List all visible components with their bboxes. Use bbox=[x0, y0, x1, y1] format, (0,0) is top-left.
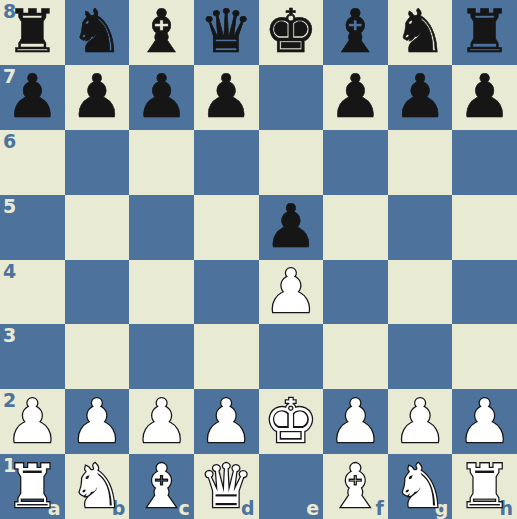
rank-label-4: 4 bbox=[3, 262, 16, 281]
white-queen[interactable]: ♛ bbox=[199, 456, 253, 516]
square-d5[interactable] bbox=[194, 195, 259, 260]
square-a2[interactable]: 2♟ bbox=[0, 389, 65, 454]
square-f7[interactable]: ♟ bbox=[323, 65, 388, 130]
square-b8[interactable]: ♞ bbox=[65, 0, 130, 65]
black-bishop[interactable]: ♝ bbox=[135, 1, 189, 61]
square-f6[interactable] bbox=[323, 130, 388, 195]
square-e8[interactable]: ♚ bbox=[259, 0, 324, 65]
white-pawn[interactable]: ♟ bbox=[199, 391, 253, 451]
square-a3[interactable]: 3 bbox=[0, 324, 65, 389]
black-queen[interactable]: ♛ bbox=[199, 1, 253, 61]
black-knight[interactable]: ♞ bbox=[70, 1, 124, 61]
square-c1[interactable]: c♝ bbox=[129, 454, 194, 519]
square-g4[interactable] bbox=[388, 260, 453, 325]
square-c6[interactable] bbox=[129, 130, 194, 195]
square-f2[interactable]: ♟ bbox=[323, 389, 388, 454]
square-d2[interactable]: ♟ bbox=[194, 389, 259, 454]
square-h5[interactable] bbox=[452, 195, 517, 260]
square-c4[interactable] bbox=[129, 260, 194, 325]
square-d1[interactable]: d♛ bbox=[194, 454, 259, 519]
white-pawn[interactable]: ♟ bbox=[458, 391, 512, 451]
rank-label-6: 6 bbox=[3, 132, 16, 151]
file-label-e: e bbox=[306, 499, 319, 518]
white-rook[interactable]: ♜ bbox=[5, 456, 59, 516]
square-g7[interactable]: ♟ bbox=[388, 65, 453, 130]
square-e5[interactable]: ♟ bbox=[259, 195, 324, 260]
square-h4[interactable] bbox=[452, 260, 517, 325]
chess-board: 8♜♞♝♛♚♝♞♜7♟♟♟♟♟♟♟65♟4♟32♟♟♟♟♚♟♟♟1a♜b♞c♝d… bbox=[0, 0, 517, 519]
black-pawn[interactable]: ♟ bbox=[393, 66, 447, 126]
square-e4[interactable]: ♟ bbox=[259, 260, 324, 325]
square-d8[interactable]: ♛ bbox=[194, 0, 259, 65]
square-f8[interactable]: ♝ bbox=[323, 0, 388, 65]
square-g6[interactable] bbox=[388, 130, 453, 195]
square-e3[interactable] bbox=[259, 324, 324, 389]
black-knight[interactable]: ♞ bbox=[393, 1, 447, 61]
square-h3[interactable] bbox=[452, 324, 517, 389]
white-king[interactable]: ♚ bbox=[264, 391, 318, 451]
black-bishop[interactable]: ♝ bbox=[329, 1, 383, 61]
black-pawn[interactable]: ♟ bbox=[135, 66, 189, 126]
square-a7[interactable]: 7♟ bbox=[0, 65, 65, 130]
square-f4[interactable] bbox=[323, 260, 388, 325]
white-bishop[interactable]: ♝ bbox=[135, 456, 189, 516]
black-pawn[interactable]: ♟ bbox=[199, 66, 253, 126]
black-rook[interactable]: ♜ bbox=[5, 1, 59, 61]
white-pawn[interactable]: ♟ bbox=[135, 391, 189, 451]
white-pawn[interactable]: ♟ bbox=[5, 391, 59, 451]
square-a4[interactable]: 4 bbox=[0, 260, 65, 325]
square-h1[interactable]: h♜ bbox=[452, 454, 517, 519]
square-d6[interactable] bbox=[194, 130, 259, 195]
square-f1[interactable]: f♝ bbox=[323, 454, 388, 519]
square-e1[interactable]: e bbox=[259, 454, 324, 519]
rank-label-3: 3 bbox=[3, 326, 16, 345]
square-b2[interactable]: ♟ bbox=[65, 389, 130, 454]
white-bishop[interactable]: ♝ bbox=[329, 456, 383, 516]
white-pawn[interactable]: ♟ bbox=[393, 391, 447, 451]
square-c5[interactable] bbox=[129, 195, 194, 260]
square-b5[interactable] bbox=[65, 195, 130, 260]
square-b4[interactable] bbox=[65, 260, 130, 325]
rank-label-5: 5 bbox=[3, 197, 16, 216]
square-f3[interactable] bbox=[323, 324, 388, 389]
square-h7[interactable]: ♟ bbox=[452, 65, 517, 130]
black-pawn[interactable]: ♟ bbox=[329, 66, 383, 126]
square-e6[interactable] bbox=[259, 130, 324, 195]
square-c2[interactable]: ♟ bbox=[129, 389, 194, 454]
square-d3[interactable] bbox=[194, 324, 259, 389]
black-pawn[interactable]: ♟ bbox=[458, 66, 512, 126]
black-pawn[interactable]: ♟ bbox=[70, 66, 124, 126]
square-d7[interactable]: ♟ bbox=[194, 65, 259, 130]
square-e7[interactable] bbox=[259, 65, 324, 130]
square-g2[interactable]: ♟ bbox=[388, 389, 453, 454]
white-pawn[interactable]: ♟ bbox=[70, 391, 124, 451]
square-h8[interactable]: ♜ bbox=[452, 0, 517, 65]
black-pawn[interactable]: ♟ bbox=[5, 66, 59, 126]
black-rook[interactable]: ♜ bbox=[458, 1, 512, 61]
square-h6[interactable] bbox=[452, 130, 517, 195]
square-c7[interactable]: ♟ bbox=[129, 65, 194, 130]
square-a6[interactable]: 6 bbox=[0, 130, 65, 195]
square-g5[interactable] bbox=[388, 195, 453, 260]
square-g1[interactable]: g♞ bbox=[388, 454, 453, 519]
square-c8[interactable]: ♝ bbox=[129, 0, 194, 65]
black-pawn[interactable]: ♟ bbox=[264, 196, 318, 256]
square-a5[interactable]: 5 bbox=[0, 195, 65, 260]
white-rook[interactable]: ♜ bbox=[458, 456, 512, 516]
square-b7[interactable]: ♟ bbox=[65, 65, 130, 130]
square-b3[interactable] bbox=[65, 324, 130, 389]
white-knight[interactable]: ♞ bbox=[70, 456, 124, 516]
square-e2[interactable]: ♚ bbox=[259, 389, 324, 454]
white-pawn[interactable]: ♟ bbox=[264, 261, 318, 321]
square-a8[interactable]: 8♜ bbox=[0, 0, 65, 65]
square-d4[interactable] bbox=[194, 260, 259, 325]
square-b6[interactable] bbox=[65, 130, 130, 195]
square-g8[interactable]: ♞ bbox=[388, 0, 453, 65]
black-king[interactable]: ♚ bbox=[264, 1, 318, 61]
square-h2[interactable]: ♟ bbox=[452, 389, 517, 454]
white-knight[interactable]: ♞ bbox=[393, 456, 447, 516]
square-f5[interactable] bbox=[323, 195, 388, 260]
square-a1[interactable]: 1a♜ bbox=[0, 454, 65, 519]
square-c3[interactable] bbox=[129, 324, 194, 389]
square-g3[interactable] bbox=[388, 324, 453, 389]
square-b1[interactable]: b♞ bbox=[65, 454, 130, 519]
white-pawn[interactable]: ♟ bbox=[329, 391, 383, 451]
